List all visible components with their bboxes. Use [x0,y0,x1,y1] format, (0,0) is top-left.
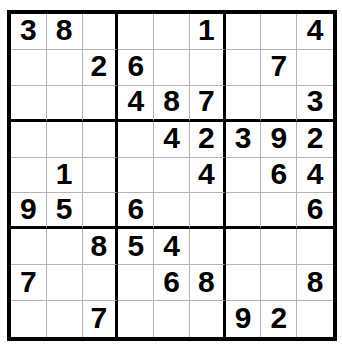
cell-r6c6[interactable] [190,193,226,229]
cell-r2c7[interactable] [226,50,262,86]
cell-r6c4[interactable]: 6 [118,193,154,229]
cell-r5c9[interactable]: 4 [297,158,333,194]
cell-r2c4[interactable]: 6 [118,50,154,86]
cell-r1c8[interactable] [261,14,297,50]
cell-r1c4[interactable] [118,14,154,50]
cell-r8c8[interactable] [261,265,297,301]
cell-r8c4[interactable] [118,265,154,301]
cell-r7c5[interactable]: 4 [154,229,190,265]
cell-r2c8[interactable]: 7 [261,50,297,86]
cell-r5c2[interactable]: 1 [47,158,83,194]
cell-r5c5[interactable] [154,158,190,194]
cell-r5c7[interactable] [226,158,262,194]
cell-r6c1[interactable]: 9 [11,193,47,229]
cell-r5c6[interactable]: 4 [190,158,226,194]
cell-r6c3[interactable] [83,193,119,229]
cell-r3c5[interactable]: 8 [154,86,190,122]
cell-r2c2[interactable] [47,50,83,86]
cell-r7c8[interactable] [261,229,297,265]
cell-r9c6[interactable] [190,301,226,337]
cell-r3c6[interactable]: 7 [190,86,226,122]
cell-r5c3[interactable] [83,158,119,194]
cell-r6c7[interactable] [226,193,262,229]
cell-r5c8[interactable]: 6 [261,158,297,194]
cell-r8c2[interactable] [47,265,83,301]
cell-r6c8[interactable] [261,193,297,229]
cell-r9c4[interactable] [118,301,154,337]
cell-r8c5[interactable]: 6 [154,265,190,301]
cell-r8c6[interactable]: 8 [190,265,226,301]
cell-r9c3[interactable]: 7 [83,301,119,337]
cell-r1c3[interactable] [83,14,119,50]
cell-r1c2[interactable]: 8 [47,14,83,50]
cell-r9c2[interactable] [47,301,83,337]
cell-r4c6[interactable]: 2 [190,122,226,158]
cell-r4c2[interactable] [47,122,83,158]
cell-r3c3[interactable] [83,86,119,122]
cell-r9c1[interactable] [11,301,47,337]
cell-r2c3[interactable]: 2 [83,50,119,86]
cell-r2c5[interactable] [154,50,190,86]
cell-r8c3[interactable] [83,265,119,301]
cell-r3c4[interactable]: 4 [118,86,154,122]
cell-r5c1[interactable] [11,158,47,194]
cell-r8c9[interactable]: 8 [297,265,333,301]
cell-r1c1[interactable]: 3 [11,14,47,50]
cell-r8c1[interactable]: 7 [11,265,47,301]
cell-r7c1[interactable] [11,229,47,265]
cell-r9c7[interactable]: 9 [226,301,262,337]
cell-r2c1[interactable] [11,50,47,86]
cell-r7c9[interactable] [297,229,333,265]
cell-r4c1[interactable] [11,122,47,158]
cell-r3c7[interactable] [226,86,262,122]
cell-r9c8[interactable]: 2 [261,301,297,337]
cell-r4c8[interactable]: 9 [261,122,297,158]
cell-r3c9[interactable]: 3 [297,86,333,122]
cell-r6c5[interactable] [154,193,190,229]
cell-r7c4[interactable]: 5 [118,229,154,265]
cell-r6c9[interactable]: 6 [297,193,333,229]
cell-r2c6[interactable] [190,50,226,86]
cell-r7c3[interactable]: 8 [83,229,119,265]
cell-r8c7[interactable] [226,265,262,301]
cell-r6c2[interactable]: 5 [47,193,83,229]
cell-r7c6[interactable] [190,229,226,265]
cell-r1c5[interactable] [154,14,190,50]
cell-r4c3[interactable] [83,122,119,158]
cell-r7c7[interactable] [226,229,262,265]
cell-r3c1[interactable] [11,86,47,122]
cell-r4c9[interactable]: 2 [297,122,333,158]
cell-r3c2[interactable] [47,86,83,122]
cell-r3c8[interactable] [261,86,297,122]
sudoku-board: 3814267487342392146495668547688792 [7,10,337,341]
cell-r4c7[interactable]: 3 [226,122,262,158]
cell-r9c5[interactable] [154,301,190,337]
cell-r9c9[interactable] [297,301,333,337]
cell-r5c4[interactable] [118,158,154,194]
cell-r1c9[interactable]: 4 [297,14,333,50]
cell-r7c2[interactable] [47,229,83,265]
cell-r1c7[interactable] [226,14,262,50]
cell-r4c4[interactable] [118,122,154,158]
cell-r1c6[interactable]: 1 [190,14,226,50]
cell-r4c5[interactable]: 4 [154,122,190,158]
cell-r2c9[interactable] [297,50,333,86]
